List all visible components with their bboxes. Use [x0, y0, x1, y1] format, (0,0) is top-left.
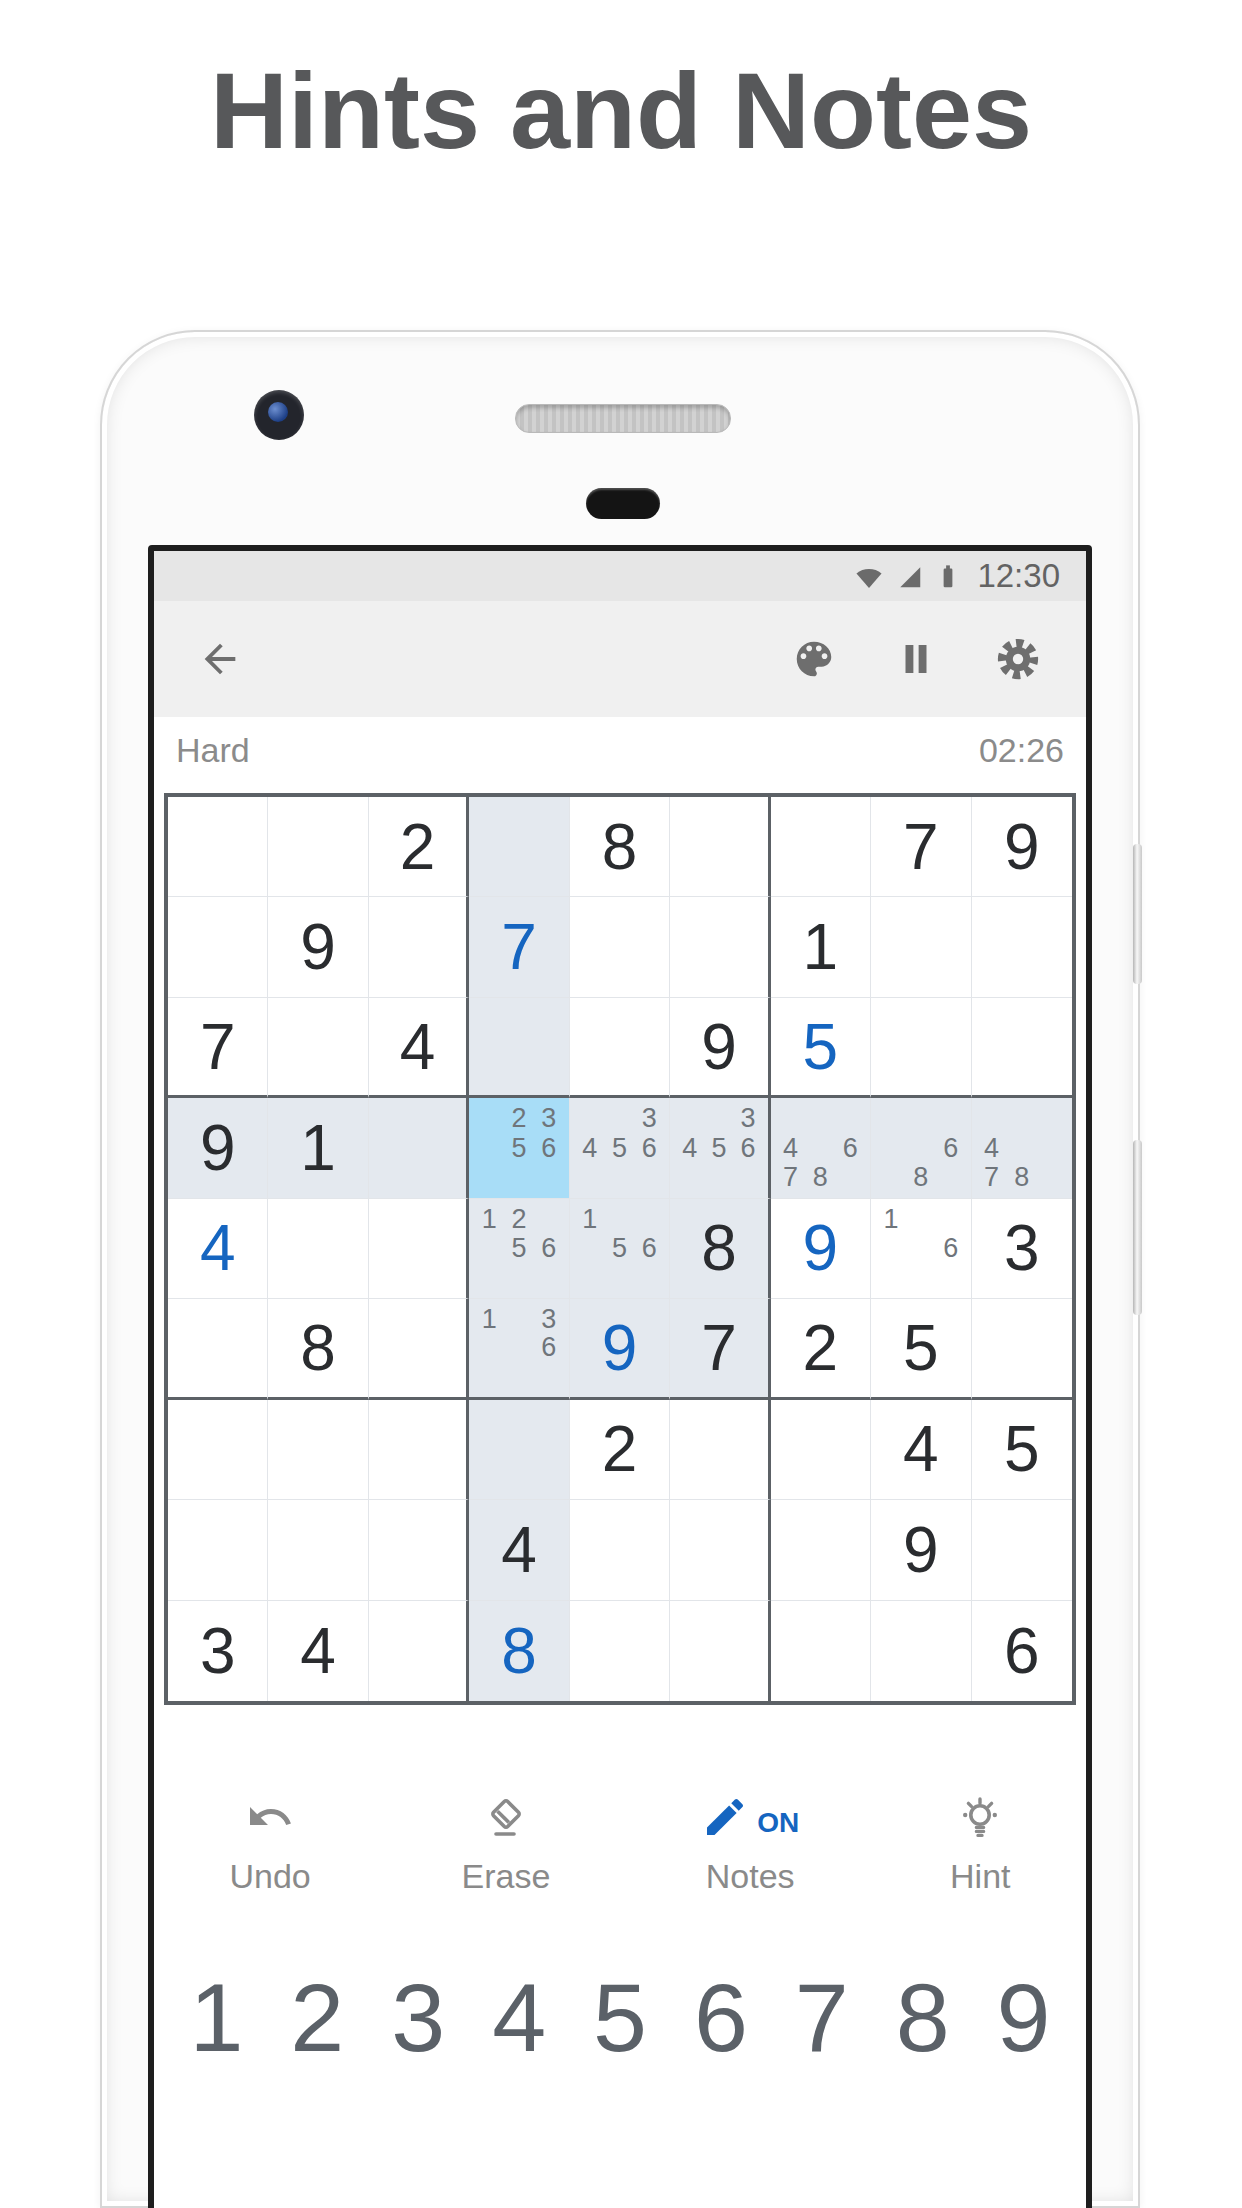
cell-r3c9[interactable]	[972, 998, 1072, 1098]
earpiece-speaker	[515, 404, 731, 433]
cell-r4c6[interactable]: 3456	[670, 1098, 770, 1198]
clock-time: 12:30	[977, 557, 1060, 595]
erase-button[interactable]: Erase	[462, 1789, 551, 1896]
undo-button[interactable]: Undo	[229, 1789, 310, 1896]
cell-r2c8[interactable]	[871, 897, 971, 997]
given-digit: 9	[200, 1116, 236, 1180]
given-digit: 6	[1004, 1619, 1040, 1683]
cell-r2c3[interactable]	[369, 897, 469, 997]
wifi-icon	[853, 560, 885, 592]
cell-r3c6[interactable]: 9	[670, 998, 770, 1098]
cell-r4c5[interactable]: 3456	[570, 1098, 670, 1198]
cell-r2c2[interactable]: 9	[268, 897, 368, 997]
volume-button	[1133, 1140, 1142, 1315]
app-toolbar	[154, 601, 1086, 717]
cell-r1c3[interactable]: 2	[369, 797, 469, 897]
cell-r4c7[interactable]: 4678	[771, 1098, 871, 1198]
given-digit: 1	[300, 1116, 336, 1180]
cell-r7c8[interactable]: 4	[871, 1400, 971, 1500]
battery-icon	[933, 561, 963, 591]
cell-r6c9[interactable]	[972, 1299, 1072, 1399]
cell-r9c5[interactable]	[570, 1601, 670, 1701]
numpad-2[interactable]: 2	[267, 1969, 368, 2066]
cell-r2c5[interactable]	[570, 897, 670, 997]
cell-r2c1[interactable]	[168, 897, 268, 997]
cell-r6c4[interactable]: 136	[469, 1299, 569, 1399]
cell-r1c5[interactable]: 8	[570, 797, 670, 897]
cell-r1c8[interactable]: 7	[871, 797, 971, 897]
cell-r8c2[interactable]	[268, 1500, 368, 1600]
cell-r1c1[interactable]	[168, 797, 268, 897]
cell-r4c1[interactable]: 9	[168, 1098, 268, 1198]
cell-r3c3[interactable]: 4	[369, 998, 469, 1098]
pencil-notes: 16	[871, 1199, 970, 1298]
cell-r9c3[interactable]	[369, 1601, 469, 1701]
cell-r7c2[interactable]	[268, 1400, 368, 1500]
cell-r6c2[interactable]: 8	[268, 1299, 368, 1399]
cell-r4c9[interactable]: 478	[972, 1098, 1072, 1198]
cell-r9c6[interactable]	[670, 1601, 770, 1701]
cell-r1c7[interactable]	[771, 797, 871, 897]
cell-r3c8[interactable]	[871, 998, 971, 1098]
cell-r1c9[interactable]: 9	[972, 797, 1072, 897]
cellular-signal-icon	[894, 561, 924, 591]
sensor-pill	[586, 488, 660, 519]
given-digit: 8	[300, 1316, 336, 1380]
cell-r8c5[interactable]	[570, 1500, 670, 1600]
cell-r7c9[interactable]: 5	[972, 1400, 1072, 1500]
cell-r7c4[interactable]	[469, 1400, 569, 1500]
bulb-icon	[956, 1793, 1004, 1841]
user-digit: 9	[803, 1216, 839, 1280]
pencil-icon	[701, 1793, 749, 1841]
cell-r6c7[interactable]: 2	[771, 1299, 871, 1399]
hint-label: Hint	[950, 1857, 1010, 1896]
cell-r9c9[interactable]: 6	[972, 1601, 1072, 1701]
given-digit: 3	[1004, 1216, 1040, 1280]
numpad-6[interactable]: 6	[670, 1969, 771, 2066]
given-digit: 7	[701, 1316, 737, 1380]
settings-button[interactable]	[990, 631, 1046, 687]
pencil-notes: 3456	[570, 1098, 669, 1197]
given-digit: 7	[200, 1015, 236, 1079]
cell-r7c5[interactable]: 2	[570, 1400, 670, 1500]
cell-r4c3[interactable]	[369, 1098, 469, 1198]
cell-r7c6[interactable]	[670, 1400, 770, 1500]
cell-r5c6[interactable]: 8	[670, 1199, 770, 1299]
cell-r5c9[interactable]: 3	[972, 1199, 1072, 1299]
given-digit: 8	[701, 1216, 737, 1280]
back-arrow-icon	[197, 636, 243, 682]
user-digit: 8	[501, 1619, 537, 1683]
notes-toggle-button[interactable]: ON Notes	[701, 1789, 799, 1896]
erase-label: Erase	[462, 1857, 551, 1896]
numpad-4[interactable]: 4	[469, 1969, 570, 2066]
cell-r3c2[interactable]	[268, 998, 368, 1098]
difficulty-label: Hard	[176, 731, 250, 770]
theme-button[interactable]	[786, 631, 842, 687]
timer-value: 02:26	[979, 731, 1064, 770]
undo-label: Undo	[229, 1857, 310, 1896]
cell-r7c3[interactable]	[369, 1400, 469, 1500]
given-digit: 4	[501, 1518, 537, 1582]
pencil-notes: 478	[972, 1098, 1072, 1197]
pencil-notes: 136	[469, 1299, 568, 1396]
notes-label: Notes	[706, 1857, 795, 1896]
number-pad: 123456789	[154, 1969, 1086, 2066]
cell-r4c4[interactable]: 2356	[469, 1098, 569, 1198]
given-digit: 7	[903, 815, 939, 879]
numpad-5[interactable]: 5	[570, 1969, 671, 2066]
user-digit: 5	[803, 1015, 839, 1079]
cell-r6c5[interactable]: 9	[570, 1299, 670, 1399]
cell-r5c7[interactable]: 9	[771, 1199, 871, 1299]
action-bar: Undo Erase	[154, 1789, 1086, 1896]
cell-r5c3[interactable]	[369, 1199, 469, 1299]
undo-icon	[246, 1793, 294, 1841]
user-digit: 7	[501, 915, 537, 979]
given-digit: 3	[200, 1619, 236, 1683]
notes-on-badge: ON	[757, 1807, 799, 1841]
cell-r8c9[interactable]	[972, 1500, 1072, 1600]
front-camera-icon	[254, 390, 304, 440]
cell-r9c1[interactable]: 3	[168, 1601, 268, 1701]
numpad-8[interactable]: 8	[872, 1969, 973, 2066]
numpad-9[interactable]: 9	[973, 1969, 1074, 2066]
given-digit: 8	[602, 815, 638, 879]
hint-button[interactable]: Hint	[950, 1789, 1010, 1896]
phone-screen: 12:30	[148, 545, 1092, 2208]
given-digit: 9	[903, 1518, 939, 1582]
cell-r8c4[interactable]: 4	[469, 1500, 569, 1600]
user-digit: 4	[200, 1216, 236, 1280]
cell-r8c6[interactable]	[670, 1500, 770, 1600]
cell-r8c7[interactable]	[771, 1500, 871, 1600]
status-bar: 12:30	[154, 551, 1086, 601]
game-info-row: Hard 02:26	[154, 717, 1086, 793]
cell-r5c4[interactable]: 1256	[469, 1199, 569, 1299]
pencil-notes: 68	[871, 1098, 970, 1197]
pencil-notes: 4678	[771, 1098, 870, 1197]
cell-r5c8[interactable]: 16	[871, 1199, 971, 1299]
numpad-7[interactable]: 7	[771, 1969, 872, 2066]
cell-r6c6[interactable]: 7	[670, 1299, 770, 1399]
pause-button[interactable]	[888, 631, 944, 687]
cell-r9c2[interactable]: 4	[268, 1601, 368, 1701]
cell-r9c7[interactable]	[771, 1601, 871, 1701]
cell-r7c1[interactable]	[168, 1400, 268, 1500]
cell-r7c7[interactable]	[771, 1400, 871, 1500]
cell-r8c8[interactable]: 9	[871, 1500, 971, 1600]
cell-r9c4[interactable]: 8	[469, 1601, 569, 1701]
given-digit: 9	[701, 1015, 737, 1079]
given-digit: 9	[1004, 815, 1040, 879]
pencil-notes: 2356	[469, 1098, 568, 1197]
cell-r6c1[interactable]	[168, 1299, 268, 1399]
cell-r2c6[interactable]	[670, 897, 770, 997]
cell-r2c9[interactable]	[972, 897, 1072, 997]
cell-r8c1[interactable]	[168, 1500, 268, 1600]
numpad-1[interactable]: 1	[166, 1969, 267, 2066]
back-button[interactable]	[192, 631, 248, 687]
cell-r3c7[interactable]: 5	[771, 998, 871, 1098]
given-digit: 4	[400, 1015, 436, 1079]
given-digit: 2	[602, 1417, 638, 1481]
cell-r2c4[interactable]: 7	[469, 897, 569, 997]
cell-r3c5[interactable]	[570, 998, 670, 1098]
cell-r5c1[interactable]: 4	[168, 1199, 268, 1299]
gear-icon	[995, 636, 1041, 682]
phone-mockup: 12:30	[100, 330, 1140, 2208]
cell-r4c2[interactable]: 1	[268, 1098, 368, 1198]
given-digit: 4	[300, 1619, 336, 1683]
user-digit: 9	[602, 1316, 638, 1380]
cell-r1c6[interactable]	[670, 797, 770, 897]
cell-r3c4[interactable]	[469, 998, 569, 1098]
cell-r5c2[interactable]	[268, 1199, 368, 1299]
pencil-notes: 3456	[670, 1098, 767, 1197]
given-digit: 2	[803, 1316, 839, 1380]
given-digit: 5	[903, 1316, 939, 1380]
given-digit: 2	[400, 815, 436, 879]
pause-icon	[895, 638, 937, 680]
marketing-screenshot: Hints and Notes 12:30	[0, 0, 1242, 2208]
cell-r2c7[interactable]: 1	[771, 897, 871, 997]
sudoku-board: 2879971749591235634563456467868478412561…	[164, 793, 1076, 1705]
given-digit: 9	[300, 915, 336, 979]
cell-r1c4[interactable]	[469, 797, 569, 897]
eraser-icon	[482, 1793, 530, 1841]
pencil-notes: 1256	[469, 1199, 568, 1298]
given-digit: 5	[1004, 1417, 1040, 1481]
cell-r8c3[interactable]	[369, 1500, 469, 1600]
cell-r4c8[interactable]: 68	[871, 1098, 971, 1198]
cell-r3c1[interactable]: 7	[168, 998, 268, 1098]
cell-r6c3[interactable]	[369, 1299, 469, 1399]
cell-r6c8[interactable]: 5	[871, 1299, 971, 1399]
cell-r9c8[interactable]	[871, 1601, 971, 1701]
power-button	[1133, 844, 1142, 984]
numpad-3[interactable]: 3	[368, 1969, 469, 2066]
palette-icon	[791, 636, 837, 682]
page-title: Hints and Notes	[0, 48, 1242, 173]
cell-r1c2[interactable]	[268, 797, 368, 897]
given-digit: 1	[803, 915, 839, 979]
given-digit: 4	[903, 1417, 939, 1481]
pencil-notes: 156	[570, 1199, 669, 1298]
cell-r5c5[interactable]: 156	[570, 1199, 670, 1299]
